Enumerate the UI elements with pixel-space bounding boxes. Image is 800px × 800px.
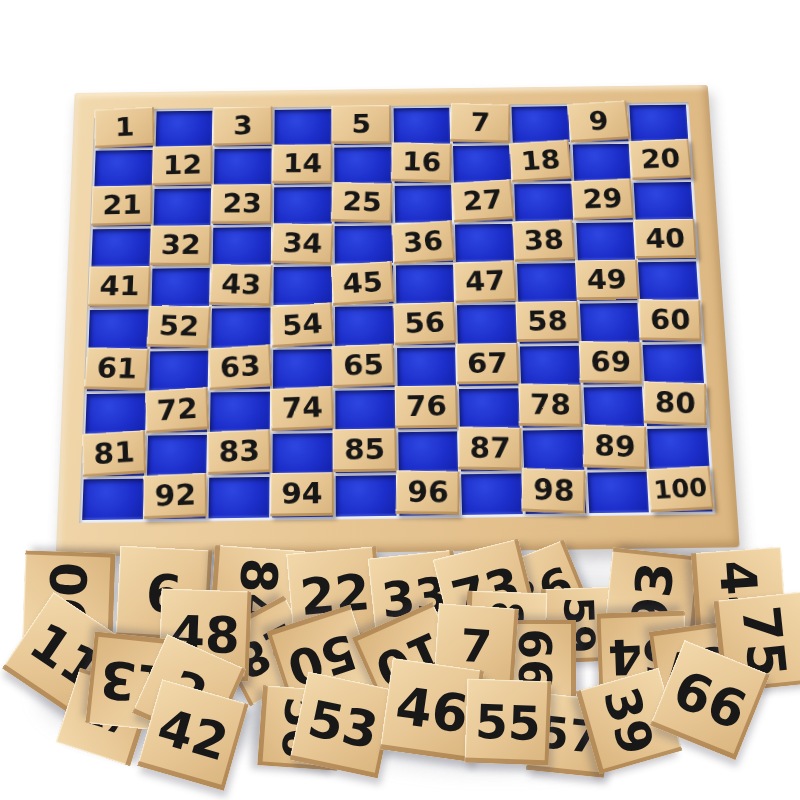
board-cell-r6c9 <box>579 303 639 342</box>
board-cell-r3c3: 23 <box>214 188 272 226</box>
board-cell-r8c10: 80 <box>645 385 707 425</box>
board-cell-r4c5 <box>334 226 392 264</box>
board-cell-r5c4 <box>274 267 332 306</box>
board-tile-1[interactable]: 1 <box>94 107 155 148</box>
board-tile-34[interactable]: 34 <box>271 223 334 264</box>
board-tile-72[interactable]: 72 <box>145 387 209 433</box>
board-tile-100[interactable]: 100 <box>646 466 714 512</box>
board-cell-r4c10: 40 <box>636 222 696 260</box>
board-cell-r6c10: 60 <box>641 302 702 341</box>
board-cell-r8c9 <box>583 386 644 426</box>
hundred-board-photo: 1357912141618202123252729323436384041434… <box>0 0 800 800</box>
board-cell-r9c2 <box>147 435 208 476</box>
board-cell-r9c10 <box>648 428 710 469</box>
board-cell-r9c4 <box>273 433 333 474</box>
board-cell-r2c4: 14 <box>274 148 331 185</box>
board-cell-r9c7: 87 <box>460 430 521 471</box>
board-cell-r5c10 <box>638 262 698 301</box>
board-tile-20[interactable]: 20 <box>629 139 693 180</box>
board-tile-18[interactable]: 18 <box>509 140 573 182</box>
board-cell-r2c7 <box>453 145 511 182</box>
board-cell-r9c3: 83 <box>210 434 270 475</box>
board-tile-63[interactable]: 63 <box>208 344 272 389</box>
board-cell-r9c8 <box>523 430 584 471</box>
board-cell-r7c3: 63 <box>211 349 270 389</box>
board-tile-23[interactable]: 23 <box>211 185 273 224</box>
board-cell-r6c7 <box>457 305 517 344</box>
board-tile-41[interactable]: 41 <box>87 266 150 306</box>
board-cell-r7c1: 61 <box>87 351 147 391</box>
board-cell-r3c6 <box>394 185 452 223</box>
board-tile-78[interactable]: 78 <box>519 384 582 427</box>
board-cell-r4c1 <box>91 229 150 267</box>
board-tile-98[interactable]: 98 <box>522 468 586 514</box>
board-tile-43[interactable]: 43 <box>209 264 273 306</box>
board-tile-61[interactable]: 61 <box>84 347 149 390</box>
board-tile-89[interactable]: 89 <box>583 424 647 469</box>
board-cell-r8c3 <box>210 391 270 431</box>
board-cell-r1c9: 9 <box>571 105 629 142</box>
board-cell-r8c2: 72 <box>148 392 208 432</box>
board-cell-r1c3: 3 <box>215 110 272 147</box>
board-cell-r2c5 <box>334 147 391 184</box>
board-cell-r1c10 <box>630 105 689 142</box>
board-tile-81[interactable]: 81 <box>82 430 146 477</box>
board-cell-r1c5: 5 <box>334 108 391 145</box>
board-tile-38[interactable]: 38 <box>513 219 577 261</box>
board-tile-40[interactable]: 40 <box>634 218 697 258</box>
board-tile-94[interactable]: 94 <box>270 472 334 516</box>
board-cell-r4c3 <box>213 227 271 265</box>
board-tile-21[interactable]: 21 <box>91 185 152 226</box>
board-tile-54[interactable]: 54 <box>270 302 334 347</box>
board-tile-85[interactable]: 85 <box>333 428 397 471</box>
board-tile-56[interactable]: 56 <box>393 301 457 344</box>
board-cell-r10c1 <box>82 479 144 521</box>
board-cell-r10c10: 100 <box>650 471 713 512</box>
board-cell-r3c2 <box>153 188 211 226</box>
board-cell-r3c7: 27 <box>454 184 512 222</box>
board-cell-r7c6 <box>397 347 457 387</box>
board-tile-47[interactable]: 47 <box>453 260 517 303</box>
loose-tile-53[interactable]: 53 <box>290 672 397 779</box>
board-tile-27[interactable]: 27 <box>451 180 515 223</box>
board-cell-r2c1 <box>94 150 152 187</box>
board-frame: 1357912141618202123252729323436384041434… <box>56 85 740 557</box>
board-cell-r7c8 <box>520 345 580 385</box>
board-cell-r7c10 <box>643 344 704 384</box>
board-cell-r9c1: 81 <box>84 435 145 476</box>
board-tile-65[interactable]: 65 <box>332 343 396 387</box>
board-cell-r1c7: 7 <box>452 107 510 144</box>
hundred-board: 1357912141618202123252729323436384041434… <box>56 85 740 557</box>
board-cell-r10c6: 96 <box>398 474 459 516</box>
board-cell-r1c2 <box>155 111 212 148</box>
board-cell-r5c6 <box>395 265 454 304</box>
board-cell-r3c9: 29 <box>574 183 633 221</box>
board-tile-36[interactable]: 36 <box>391 220 455 264</box>
board-tile-52[interactable]: 52 <box>147 305 212 347</box>
board-cell-r10c2: 92 <box>146 478 207 520</box>
board-cell-r5c3: 43 <box>212 267 271 306</box>
board-tile-32[interactable]: 32 <box>150 225 213 265</box>
board-tile-7[interactable]: 7 <box>450 103 511 143</box>
board-cell-r10c7 <box>461 473 522 515</box>
board-cell-r2c10: 20 <box>632 143 691 180</box>
board-cell-r5c2 <box>151 268 210 307</box>
board-cell-r2c9 <box>572 144 631 181</box>
board-cell-r3c10 <box>634 182 693 220</box>
board-tile-80[interactable]: 80 <box>644 381 707 425</box>
board-cell-r10c5 <box>335 475 396 517</box>
board-cell-r8c7 <box>459 388 519 428</box>
board-tile-69[interactable]: 69 <box>579 341 642 383</box>
board-cell-r7c4 <box>273 349 332 389</box>
board-tile-67[interactable]: 67 <box>456 343 520 385</box>
board-tile-16[interactable]: 16 <box>391 143 452 183</box>
board-cell-r6c4: 54 <box>273 307 332 346</box>
board-cell-r6c2: 52 <box>150 309 209 348</box>
board-cell-r2c8: 18 <box>513 145 571 182</box>
board-cell-r7c9: 69 <box>581 345 642 385</box>
board-cell-r5c7: 47 <box>456 264 515 303</box>
board-cell-r10c4: 94 <box>272 476 332 518</box>
board-tile-29[interactable]: 29 <box>571 179 635 220</box>
board-tile-92[interactable]: 92 <box>144 473 208 519</box>
board-cell-r1c1: 1 <box>96 111 154 148</box>
board-cell-r7c2 <box>149 350 209 390</box>
board-cell-r8c5 <box>335 390 395 430</box>
board-tile-76[interactable]: 76 <box>395 385 459 428</box>
board-cell-r1c4 <box>275 109 332 146</box>
board-tile-87[interactable]: 87 <box>458 427 522 470</box>
board-cell-r10c8: 98 <box>524 473 586 514</box>
board-cell-r4c4: 34 <box>274 226 332 264</box>
board-tile-14[interactable]: 14 <box>272 145 333 184</box>
board-cell-r4c8: 38 <box>515 223 574 261</box>
board-cell-r6c6: 56 <box>396 306 455 345</box>
board-cell-r2c6: 16 <box>394 146 452 183</box>
board-cell-r3c8 <box>514 184 573 222</box>
board-cell-r9c5: 85 <box>335 432 395 473</box>
board-tile-45[interactable]: 45 <box>331 261 395 305</box>
board-cell-r2c2: 12 <box>154 149 212 186</box>
board-tile-60[interactable]: 60 <box>639 299 702 341</box>
board-tile-5[interactable]: 5 <box>332 106 392 144</box>
board-cell-r2c3 <box>214 148 271 185</box>
board-tile-9[interactable]: 9 <box>567 101 631 143</box>
board-cell-r8c6: 76 <box>397 389 457 429</box>
board-cell-r6c5 <box>335 307 394 346</box>
board-tile-49[interactable]: 49 <box>575 259 639 300</box>
board-cell-r5c8 <box>517 263 577 302</box>
board-cell-r7c5: 65 <box>335 348 394 388</box>
board-cell-r1c6 <box>393 108 450 145</box>
board-cell-r3c4 <box>274 187 332 225</box>
board-cell-r9c9: 89 <box>585 429 647 470</box>
board-cell-r6c8: 58 <box>518 304 578 343</box>
board-tile-12[interactable]: 12 <box>152 146 213 186</box>
board-tile-83[interactable]: 83 <box>207 429 271 474</box>
board-grid: 1357912141618202123252729323436384041434… <box>79 102 716 523</box>
board-cell-r4c7 <box>455 224 514 262</box>
board-cell-r5c5: 45 <box>335 266 393 305</box>
board-cell-r6c1 <box>88 310 148 349</box>
board-cell-r8c4: 74 <box>273 390 333 430</box>
board-cell-r7c7: 67 <box>458 346 518 386</box>
board-tile-74[interactable]: 74 <box>270 386 334 430</box>
board-tile-25[interactable]: 25 <box>331 182 393 223</box>
board-tile-96[interactable]: 96 <box>396 471 460 515</box>
loose-tile-55[interactable]: 55 <box>465 679 552 766</box>
board-cell-r8c1 <box>85 393 146 433</box>
board-cell-r3c1: 21 <box>93 189 152 227</box>
board-cell-r10c3 <box>209 477 270 519</box>
board-cell-r1c8 <box>511 106 569 143</box>
board-cell-r5c1: 41 <box>90 269 149 308</box>
board-cell-r9c6 <box>398 431 458 472</box>
board-cell-r6c3 <box>212 308 271 347</box>
board-cell-r3c5: 25 <box>334 186 392 224</box>
board-tile-58[interactable]: 58 <box>516 301 580 343</box>
board-cell-r5c9: 49 <box>578 263 638 302</box>
board-tile-3[interactable]: 3 <box>213 106 273 146</box>
board-cell-r4c2: 32 <box>152 228 211 266</box>
board-cell-r4c6: 36 <box>395 225 453 263</box>
board-cell-r10c9 <box>587 472 649 513</box>
board-cell-r8c8: 78 <box>521 387 582 427</box>
board-cell-r4c9 <box>576 223 636 261</box>
